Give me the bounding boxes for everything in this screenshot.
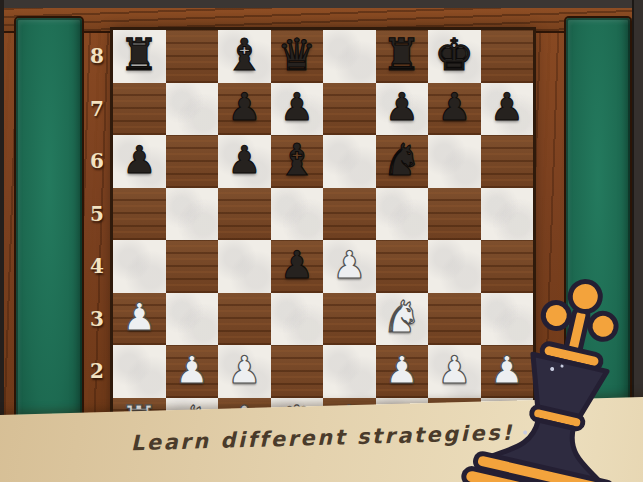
square-a3[interactable]: ♟ (113, 293, 166, 346)
square-c7[interactable]: ♟ (218, 83, 271, 136)
square-d3[interactable] (271, 293, 324, 346)
square-d5[interactable] (271, 188, 324, 241)
square-b3[interactable] (166, 293, 219, 346)
square-c3[interactable] (218, 293, 271, 346)
square-c4[interactable] (218, 240, 271, 293)
square-c2[interactable]: ♟ (218, 345, 271, 398)
square-c8[interactable]: ♝ (218, 30, 271, 83)
square-g7[interactable]: ♟ (428, 83, 481, 136)
square-e4[interactable]: ♟ (323, 240, 376, 293)
black-bishop-d6[interactable]: ♝ (277, 138, 316, 182)
white-pawn-b2[interactable]: ♟ (175, 351, 209, 389)
square-e7[interactable] (323, 83, 376, 136)
square-g6[interactable] (428, 135, 481, 188)
square-f6[interactable]: ♞ (376, 135, 429, 188)
white-pawn-f2[interactable]: ♟ (385, 351, 419, 389)
black-pawn-a6[interactable]: ♟ (122, 141, 156, 179)
square-e5[interactable] (323, 188, 376, 241)
square-f8[interactable]: ♜ (376, 30, 429, 83)
rank-label-2: 2 (84, 345, 110, 398)
square-a6[interactable]: ♟ (113, 135, 166, 188)
rank-labels: 87654321 (84, 30, 110, 450)
square-g4[interactable] (428, 240, 481, 293)
square-a5[interactable] (113, 188, 166, 241)
square-b8[interactable] (166, 30, 219, 83)
square-h7[interactable]: ♟ (481, 83, 534, 136)
black-pawn-d4[interactable]: ♟ (280, 246, 314, 284)
square-a4[interactable] (113, 240, 166, 293)
square-b2[interactable]: ♟ (166, 345, 219, 398)
black-bishop-c8[interactable]: ♝ (225, 33, 264, 77)
rank-label-8: 8 (84, 30, 110, 83)
black-pawn-d7[interactable]: ♟ (280, 88, 314, 126)
square-e8[interactable] (323, 30, 376, 83)
square-h8[interactable] (481, 30, 534, 83)
square-d8[interactable]: ♛ (271, 30, 324, 83)
sparkle-dot (523, 430, 528, 435)
square-a7[interactable] (113, 83, 166, 136)
black-pawn-c7[interactable]: ♟ (227, 88, 261, 126)
square-f7[interactable]: ♟ (376, 83, 429, 136)
square-d7[interactable]: ♟ (271, 83, 324, 136)
black-knight-f6[interactable]: ♞ (382, 138, 421, 182)
black-rook-a8[interactable]: ♜ (120, 33, 159, 77)
black-rook-f8[interactable]: ♜ (382, 33, 421, 77)
white-pawn-a3[interactable]: ♟ (122, 298, 156, 336)
black-king-g8[interactable]: ♚ (435, 33, 474, 77)
white-pawn-c2[interactable]: ♟ (227, 351, 261, 389)
square-d2[interactable] (271, 345, 324, 398)
square-g8[interactable]: ♚ (428, 30, 481, 83)
rank-label-3: 3 (84, 293, 110, 346)
square-c5[interactable] (218, 188, 271, 241)
square-f4[interactable] (376, 240, 429, 293)
square-a2[interactable] (113, 345, 166, 398)
rank-label-6: 6 (84, 135, 110, 188)
square-e2[interactable] (323, 345, 376, 398)
square-e3[interactable] (323, 293, 376, 346)
king-cross-top-lobe (567, 279, 603, 315)
square-h6[interactable] (481, 135, 534, 188)
square-e6[interactable] (323, 135, 376, 188)
square-b5[interactable] (166, 188, 219, 241)
black-pawn-h7[interactable]: ♟ (490, 88, 524, 126)
square-d6[interactable]: ♝ (271, 135, 324, 188)
square-h5[interactable] (481, 188, 534, 241)
king-cross-left-lobe (541, 300, 572, 331)
white-pawn-e4[interactable]: ♟ (332, 246, 366, 284)
chess-app-screenshot: 87654321 ♜♝♛♜♚♟♟♟♟♟♟♟♝♞♟♟♟♞♟♟♟♟♟♜♞♝♛♚♝♜ … (0, 0, 643, 482)
rank-label-7: 7 (84, 83, 110, 136)
square-b6[interactable] (166, 135, 219, 188)
black-pawn-c6[interactable]: ♟ (227, 141, 261, 179)
square-f3[interactable]: ♞ (376, 293, 429, 346)
square-d4[interactable]: ♟ (271, 240, 324, 293)
square-b4[interactable] (166, 240, 219, 293)
square-a8[interactable]: ♜ (113, 30, 166, 83)
square-b7[interactable] (166, 83, 219, 136)
black-pawn-g7[interactable]: ♟ (437, 88, 471, 126)
square-f5[interactable] (376, 188, 429, 241)
black-queen-d8[interactable]: ♛ (277, 33, 316, 77)
king-cross-right-lobe (587, 311, 618, 342)
left-edge-strip (0, 0, 4, 482)
rank-label-4: 4 (84, 240, 110, 293)
square-f2[interactable]: ♟ (376, 345, 429, 398)
black-pawn-f7[interactable]: ♟ (385, 88, 419, 126)
rank-label-5: 5 (84, 188, 110, 241)
square-g5[interactable] (428, 188, 481, 241)
square-c6[interactable]: ♟ (218, 135, 271, 188)
white-knight-f3[interactable]: ♞ (382, 295, 421, 339)
